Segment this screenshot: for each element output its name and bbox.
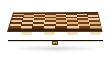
bevel-reflection (44, 32, 55, 35)
chess-set-photo (0, 0, 110, 66)
box-front-panel (7, 31, 105, 49)
board-square (67, 26, 79, 29)
board-square (21, 26, 33, 29)
bevel-reflection (90, 32, 101, 35)
bevel-reflection (21, 32, 32, 35)
chessboard (9, 13, 102, 29)
board-square (55, 26, 67, 29)
board-square (44, 26, 56, 29)
board-square (79, 26, 91, 29)
clasp-keyhole-icon (55, 43, 56, 44)
board-rank (9, 26, 101, 29)
board-square (9, 26, 21, 29)
bevel-reflection (67, 32, 78, 35)
board-square (90, 26, 102, 29)
board-square (32, 26, 44, 29)
brass-clasp (52, 41, 59, 45)
